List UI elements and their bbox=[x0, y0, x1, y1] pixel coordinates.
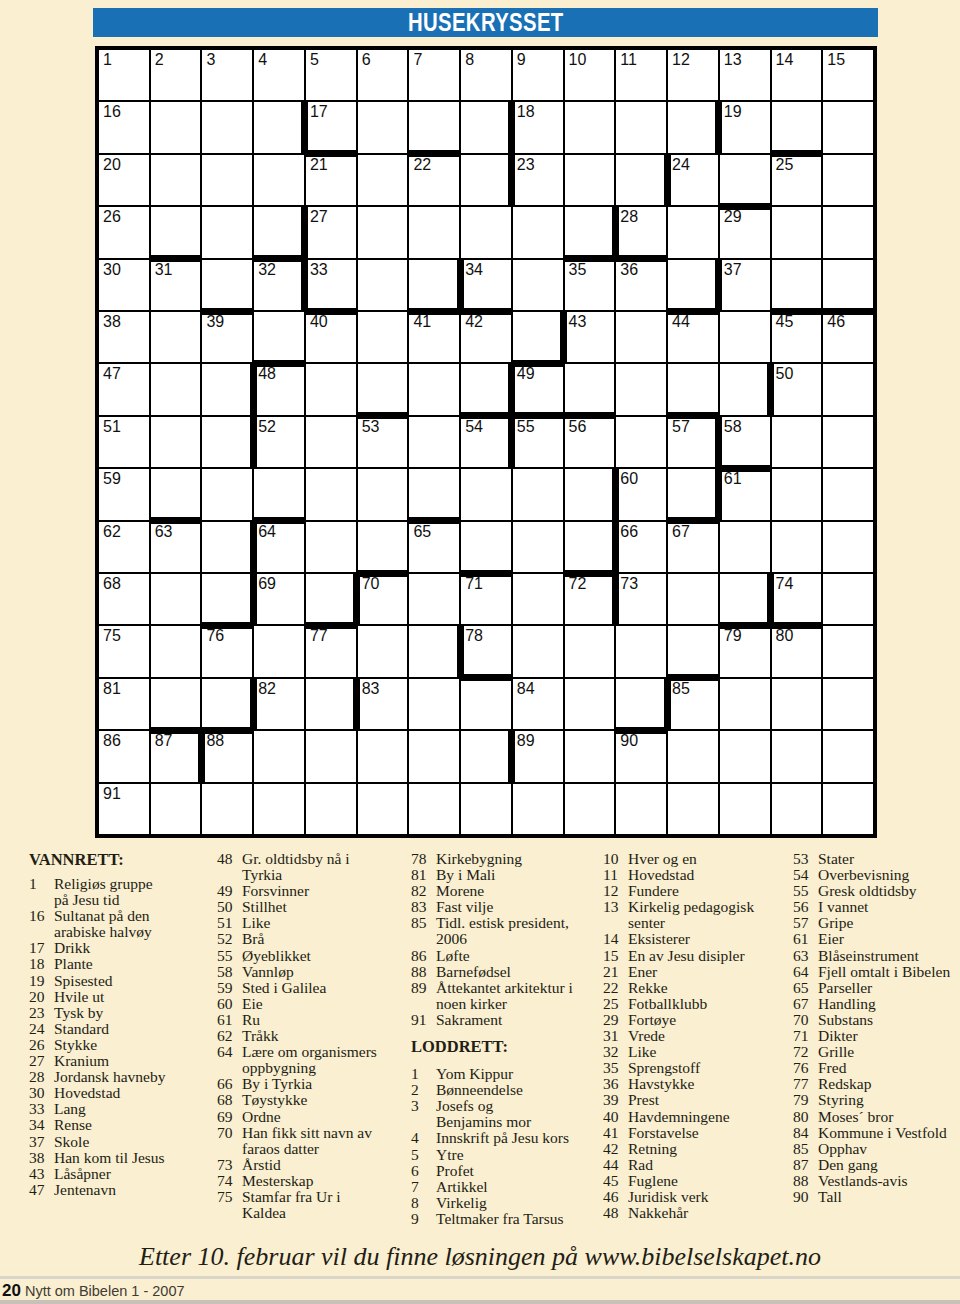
grid-cell[interactable]: 69 bbox=[254, 574, 304, 624]
grid-cell[interactable]: 74 bbox=[772, 574, 822, 624]
grid-cell[interactable] bbox=[254, 155, 304, 205]
cell-number: 79 bbox=[724, 628, 742, 645]
grid-cell[interactable] bbox=[668, 260, 718, 310]
grid-cell[interactable]: 22 bbox=[409, 155, 459, 205]
grid-cell[interactable]: 5 bbox=[306, 50, 356, 100]
grid-cell[interactable]: 89 bbox=[513, 731, 563, 781]
clue-across-52: 52Brå bbox=[217, 931, 409, 947]
grid-cell[interactable] bbox=[202, 155, 252, 205]
grid-cell[interactable] bbox=[513, 207, 563, 257]
grid-cell[interactable] bbox=[461, 102, 511, 152]
grid-cell[interactable]: 84 bbox=[513, 679, 563, 729]
grid-cell[interactable]: 3 bbox=[202, 50, 252, 100]
grid-cell[interactable] bbox=[254, 312, 304, 362]
cell-number: 38 bbox=[103, 314, 121, 331]
grid-cell[interactable] bbox=[565, 207, 615, 257]
word-divider-bar-horizontal bbox=[666, 674, 720, 681]
grid-cell[interactable] bbox=[306, 574, 356, 624]
grid-cell[interactable]: 54 bbox=[461, 417, 511, 467]
clue-down-88: 88Vestlands-avis bbox=[793, 1173, 960, 1189]
grid-cell[interactable]: 17 bbox=[306, 102, 356, 152]
word-divider-bar-horizontal bbox=[149, 517, 203, 524]
clue-text: Lære om organismers oppbygning bbox=[242, 1044, 377, 1076]
grid-cell[interactable] bbox=[202, 574, 252, 624]
cell-number: 63 bbox=[155, 524, 173, 541]
clue-number: 36 bbox=[603, 1076, 628, 1092]
grid-cell[interactable] bbox=[823, 155, 873, 205]
cell-number: 75 bbox=[103, 628, 121, 645]
grid-cell[interactable] bbox=[616, 626, 666, 676]
grid-cell[interactable] bbox=[616, 312, 666, 362]
grid-cell[interactable] bbox=[565, 364, 615, 414]
grid-cell[interactable] bbox=[565, 679, 615, 729]
grid-cell[interactable] bbox=[151, 679, 201, 729]
grid-cell[interactable] bbox=[254, 102, 304, 152]
grid-cell[interactable] bbox=[151, 417, 201, 467]
grid-cell[interactable]: 28 bbox=[616, 207, 666, 257]
cell-number: 51 bbox=[103, 419, 121, 436]
grid-cell[interactable] bbox=[202, 364, 252, 414]
grid-cell[interactable] bbox=[254, 469, 304, 519]
grid-cell[interactable] bbox=[616, 364, 666, 414]
clue-number: 73 bbox=[217, 1157, 242, 1173]
grid-cell[interactable]: 9 bbox=[513, 50, 563, 100]
clue-text: Stater bbox=[818, 851, 854, 867]
grid-cell[interactable] bbox=[409, 364, 459, 414]
grid-cell[interactable] bbox=[461, 364, 511, 414]
grid-cell[interactable]: 23 bbox=[513, 155, 563, 205]
grid-cell[interactable]: 44 bbox=[668, 312, 718, 362]
cell-number: 71 bbox=[465, 576, 483, 593]
grid-cell[interactable] bbox=[720, 784, 770, 834]
grid-cell[interactable]: 70 bbox=[358, 574, 408, 624]
grid-cell[interactable] bbox=[461, 679, 511, 729]
grid-cell[interactable]: 49 bbox=[513, 364, 563, 414]
grid-cell[interactable] bbox=[720, 679, 770, 729]
grid-cell[interactable] bbox=[202, 469, 252, 519]
word-divider-bar-vertical bbox=[353, 677, 360, 731]
cell-number: 87 bbox=[155, 733, 173, 750]
grid-cell[interactable] bbox=[720, 574, 770, 624]
grid-cell[interactable]: 45 bbox=[772, 312, 822, 362]
grid-cell[interactable] bbox=[513, 312, 563, 362]
word-divider-bar-vertical bbox=[353, 572, 360, 626]
grid-cell[interactable]: 88 bbox=[202, 731, 252, 781]
grid-cell[interactable]: 14 bbox=[772, 50, 822, 100]
grid-cell[interactable] bbox=[409, 731, 459, 781]
clue-text: Fuglene bbox=[628, 1173, 678, 1189]
clue-number: 85 bbox=[411, 915, 436, 947]
grid-cell[interactable] bbox=[306, 731, 356, 781]
grid-cell[interactable]: 83 bbox=[358, 679, 408, 729]
grid-cell[interactable] bbox=[461, 469, 511, 519]
clue-number: 85 bbox=[793, 1141, 818, 1157]
grid-cell[interactable]: 56 bbox=[565, 417, 615, 467]
clue-number: 80 bbox=[793, 1109, 818, 1125]
grid-cell[interactable] bbox=[772, 469, 822, 519]
cell-number: 1 bbox=[103, 52, 112, 69]
word-divider-bar-horizontal bbox=[770, 308, 824, 315]
grid-cell[interactable] bbox=[358, 312, 408, 362]
clue-number: 90 bbox=[793, 1189, 818, 1205]
cell-number: 11 bbox=[620, 52, 637, 69]
grid-cell[interactable]: 12 bbox=[668, 50, 718, 100]
clue-text: En av Jesu disipler bbox=[628, 948, 745, 964]
cell-number: 18 bbox=[517, 104, 535, 121]
grid-cell[interactable]: 73 bbox=[616, 574, 666, 624]
grid-cell[interactable] bbox=[823, 626, 873, 676]
grid-cell[interactable]: 36 bbox=[616, 260, 666, 310]
cell-number: 32 bbox=[258, 262, 276, 279]
word-divider-bar-horizontal bbox=[770, 150, 824, 157]
grid-cell[interactable] bbox=[772, 260, 822, 310]
grid-cell[interactable] bbox=[720, 155, 770, 205]
grid-cell[interactable] bbox=[151, 364, 201, 414]
grid-cell[interactable] bbox=[720, 731, 770, 781]
clue-number: 59 bbox=[217, 980, 242, 996]
grid-cell[interactable]: 55 bbox=[513, 417, 563, 467]
grid-cell[interactable] bbox=[668, 207, 718, 257]
clue-number: 8 bbox=[411, 1195, 436, 1211]
grid-cell[interactable] bbox=[668, 469, 718, 519]
clue-number: 7 bbox=[411, 1179, 436, 1195]
grid-cell[interactable] bbox=[409, 574, 459, 624]
grid-cell[interactable] bbox=[358, 784, 408, 834]
clue-number: 18 bbox=[29, 956, 54, 972]
grid-cell[interactable] bbox=[358, 522, 408, 572]
cell-number: 53 bbox=[362, 419, 380, 436]
grid-cell[interactable] bbox=[772, 102, 822, 152]
grid-cell[interactable]: 90 bbox=[616, 731, 666, 781]
grid-cell[interactable] bbox=[358, 155, 408, 205]
grid-cell[interactable] bbox=[461, 155, 511, 205]
grid-cell[interactable] bbox=[461, 522, 511, 572]
grid-cell[interactable]: 43 bbox=[565, 312, 615, 362]
cell-number: 26 bbox=[103, 209, 121, 226]
grid-cell[interactable] bbox=[616, 417, 666, 467]
grid-cell[interactable]: 32 bbox=[254, 260, 304, 310]
grid-cell[interactable] bbox=[254, 731, 304, 781]
grid-cell[interactable] bbox=[202, 679, 252, 729]
clue-number: 88 bbox=[411, 964, 436, 980]
grid-cell[interactable] bbox=[409, 260, 459, 310]
grid-cell[interactable] bbox=[306, 469, 356, 519]
grid-cell[interactable] bbox=[409, 207, 459, 257]
clue-across-58: 58Vannløp bbox=[217, 964, 409, 980]
grid-cell[interactable] bbox=[823, 207, 873, 257]
clue-number: 21 bbox=[603, 964, 628, 980]
grid-cell[interactable] bbox=[151, 207, 201, 257]
grid-cell[interactable]: 81 bbox=[99, 679, 149, 729]
grid-cell[interactable] bbox=[358, 364, 408, 414]
grid-cell[interactable] bbox=[409, 626, 459, 676]
grid-cell[interactable] bbox=[358, 626, 408, 676]
grid-cell[interactable]: 6 bbox=[358, 50, 408, 100]
clue-text: Bønneendelse bbox=[436, 1082, 523, 1098]
grid-cell[interactable] bbox=[202, 522, 252, 572]
grid-cell[interactable]: 85 bbox=[668, 679, 718, 729]
grid-cell[interactable]: 77 bbox=[306, 626, 356, 676]
clue-number: 48 bbox=[603, 1205, 628, 1221]
grid-cell[interactable]: 58 bbox=[720, 417, 770, 467]
clue-number: 64 bbox=[217, 1044, 242, 1076]
clue-down-14: 14Eksisterer bbox=[603, 931, 791, 947]
clue-down-13: 13Kirkelig pedagogisk senter bbox=[603, 899, 791, 931]
grid-cell[interactable] bbox=[565, 469, 615, 519]
grid-cell[interactable]: 21 bbox=[306, 155, 356, 205]
grid-cell[interactable]: 47 bbox=[99, 364, 149, 414]
cell-number: 73 bbox=[620, 576, 638, 593]
grid-cell[interactable]: 8 bbox=[461, 50, 511, 100]
grid-cell[interactable]: 26 bbox=[99, 207, 149, 257]
grid-cell[interactable]: 82 bbox=[254, 679, 304, 729]
grid-cell[interactable] bbox=[513, 260, 563, 310]
grid-cell[interactable]: 79 bbox=[720, 626, 770, 676]
grid-cell[interactable] bbox=[823, 731, 873, 781]
clue-text: Gresk oldtidsby bbox=[818, 883, 917, 899]
grid-cell[interactable]: 37 bbox=[720, 260, 770, 310]
grid-cell[interactable] bbox=[616, 679, 666, 729]
grid-cell[interactable]: 24 bbox=[668, 155, 718, 205]
grid-cell[interactable] bbox=[823, 469, 873, 519]
grid-cell[interactable]: 7 bbox=[409, 50, 459, 100]
grid-cell[interactable] bbox=[772, 679, 822, 729]
grid-cell[interactable] bbox=[202, 102, 252, 152]
clue-text: Josefs og Benjamins mor bbox=[436, 1098, 531, 1130]
grid-cell[interactable]: 27 bbox=[306, 207, 356, 257]
grid-cell[interactable]: 78 bbox=[461, 626, 511, 676]
clue-text: Like bbox=[628, 1044, 656, 1060]
grid-cell[interactable] bbox=[513, 574, 563, 624]
grid-cell[interactable]: 20 bbox=[99, 155, 149, 205]
grid-cell[interactable]: 80 bbox=[772, 626, 822, 676]
cell-number: 58 bbox=[724, 419, 742, 436]
cell-number: 88 bbox=[206, 733, 224, 750]
grid-cell[interactable]: 38 bbox=[99, 312, 149, 362]
word-divider-bar-horizontal bbox=[356, 570, 410, 577]
grid-cell[interactable] bbox=[720, 522, 770, 572]
grid-cell[interactable] bbox=[565, 784, 615, 834]
grid-cell[interactable] bbox=[513, 626, 563, 676]
grid-cell[interactable] bbox=[306, 522, 356, 572]
clue-number: 27 bbox=[29, 1053, 54, 1069]
grid-cell[interactable]: 31 bbox=[151, 260, 201, 310]
grid-cell[interactable] bbox=[772, 417, 822, 467]
grid-cell[interactable]: 53 bbox=[358, 417, 408, 467]
grid-cell[interactable] bbox=[358, 731, 408, 781]
grid-cell[interactable] bbox=[461, 731, 511, 781]
grid-cell[interactable]: 29 bbox=[720, 207, 770, 257]
grid-cell[interactable] bbox=[565, 731, 615, 781]
grid-cell[interactable] bbox=[772, 522, 822, 572]
cell-number: 37 bbox=[724, 262, 742, 279]
clue-across-91: 91Sakrament bbox=[411, 1012, 601, 1028]
grid-cell[interactable] bbox=[151, 469, 201, 519]
grid-cell[interactable] bbox=[720, 364, 770, 414]
grid-cell[interactable] bbox=[409, 469, 459, 519]
grid-cell[interactable]: 19 bbox=[720, 102, 770, 152]
grid-cell[interactable]: 33 bbox=[306, 260, 356, 310]
grid-cell[interactable]: 63 bbox=[151, 522, 201, 572]
grid-cell[interactable] bbox=[565, 155, 615, 205]
grid-cell[interactable] bbox=[409, 417, 459, 467]
cell-number: 68 bbox=[103, 576, 121, 593]
clue-across-55: 55Øyeblikket bbox=[217, 948, 409, 964]
cell-number: 3 bbox=[206, 52, 215, 69]
grid-cell[interactable] bbox=[409, 784, 459, 834]
grid-cell[interactable]: 13 bbox=[720, 50, 770, 100]
clue-across-30: 30Hovedstad bbox=[29, 1085, 215, 1101]
grid-cell[interactable]: 61 bbox=[720, 469, 770, 519]
grid-cell[interactable] bbox=[306, 364, 356, 414]
word-divider-bar-horizontal bbox=[252, 517, 306, 524]
grid-cell[interactable] bbox=[668, 731, 718, 781]
grid-cell[interactable] bbox=[254, 207, 304, 257]
clue-number: 60 bbox=[217, 996, 242, 1012]
grid-cell[interactable]: 42 bbox=[461, 312, 511, 362]
grid-cell[interactable] bbox=[202, 260, 252, 310]
grid-cell[interactable] bbox=[823, 784, 873, 834]
grid-cell[interactable]: 35 bbox=[565, 260, 615, 310]
grid-cell[interactable] bbox=[823, 417, 873, 467]
grid-cell[interactable] bbox=[409, 679, 459, 729]
grid-cell[interactable] bbox=[772, 731, 822, 781]
grid-cell[interactable] bbox=[565, 102, 615, 152]
grid-cell[interactable]: 67 bbox=[668, 522, 718, 572]
grid-cell[interactable]: 64 bbox=[254, 522, 304, 572]
grid-cell[interactable] bbox=[254, 626, 304, 676]
grid-cell[interactable]: 66 bbox=[616, 522, 666, 572]
grid-cell[interactable] bbox=[823, 102, 873, 152]
grid-cell[interactable]: 15 bbox=[823, 50, 873, 100]
grid-cell[interactable]: 62 bbox=[99, 522, 149, 572]
grid-cell[interactable] bbox=[668, 102, 718, 152]
grid-cell[interactable] bbox=[151, 626, 201, 676]
grid-cell[interactable]: 59 bbox=[99, 469, 149, 519]
clue-text: Stamfar fra Ur i Kaldea bbox=[242, 1189, 341, 1221]
grid-cell[interactable]: 39 bbox=[202, 312, 252, 362]
grid-cell[interactable] bbox=[823, 574, 873, 624]
grid-cell[interactable] bbox=[151, 784, 201, 834]
grid-cell[interactable] bbox=[358, 102, 408, 152]
grid-cell[interactable] bbox=[513, 522, 563, 572]
grid-cell[interactable]: 86 bbox=[99, 731, 149, 781]
grid-cell[interactable]: 76 bbox=[202, 626, 252, 676]
grid-cell[interactable]: 51 bbox=[99, 417, 149, 467]
grid-cell[interactable] bbox=[306, 417, 356, 467]
clue-down-87: 87Den gang bbox=[793, 1157, 960, 1173]
grid-cell[interactable] bbox=[461, 207, 511, 257]
grid-cell[interactable] bbox=[513, 784, 563, 834]
grid-cell[interactable]: 72 bbox=[565, 574, 615, 624]
grid-cell[interactable]: 1 bbox=[99, 50, 149, 100]
grid-cell[interactable] bbox=[202, 784, 252, 834]
grid-cell[interactable]: 41 bbox=[409, 312, 459, 362]
clue-number: 37 bbox=[29, 1134, 54, 1150]
clue-text: Løfte bbox=[436, 948, 470, 964]
grid-cell[interactable] bbox=[409, 102, 459, 152]
grid-cell[interactable] bbox=[668, 364, 718, 414]
clue-number: 74 bbox=[217, 1173, 242, 1189]
grid-cell[interactable] bbox=[358, 207, 408, 257]
grid-cell[interactable] bbox=[513, 469, 563, 519]
grid-cell[interactable]: 4 bbox=[254, 50, 304, 100]
grid-cell[interactable] bbox=[668, 626, 718, 676]
grid-cell[interactable]: 34 bbox=[461, 260, 511, 310]
word-divider-bar-vertical bbox=[715, 467, 722, 521]
clue-down-65: 65Parseller bbox=[793, 980, 960, 996]
grid-cell[interactable]: 91 bbox=[99, 784, 149, 834]
grid-cell[interactable]: 10 bbox=[565, 50, 615, 100]
word-divider-bar-vertical bbox=[715, 415, 722, 469]
grid-cell[interactable]: 65 bbox=[409, 522, 459, 572]
grid-cell[interactable] bbox=[823, 260, 873, 310]
grid-cell[interactable]: 50 bbox=[772, 364, 822, 414]
grid-cell[interactable] bbox=[151, 102, 201, 152]
grid-cell[interactable]: 52 bbox=[254, 417, 304, 467]
grid-cell[interactable] bbox=[720, 312, 770, 362]
grid-cell[interactable] bbox=[151, 155, 201, 205]
clue-number: 10 bbox=[603, 851, 628, 867]
clue-text: Plante bbox=[54, 956, 93, 972]
cell-number: 70 bbox=[362, 576, 380, 593]
cell-number: 67 bbox=[672, 524, 690, 541]
grid-cell[interactable]: 40 bbox=[306, 312, 356, 362]
grid-cell[interactable]: 57 bbox=[668, 417, 718, 467]
grid-cell[interactable] bbox=[358, 469, 408, 519]
grid-cell[interactable]: 16 bbox=[99, 102, 149, 152]
cell-number: 23 bbox=[517, 157, 535, 174]
grid-cell[interactable] bbox=[306, 679, 356, 729]
grid-cell[interactable] bbox=[306, 784, 356, 834]
cell-number: 16 bbox=[103, 104, 121, 121]
grid-cell[interactable] bbox=[668, 784, 718, 834]
grid-cell[interactable] bbox=[616, 102, 666, 152]
grid-cell[interactable] bbox=[616, 784, 666, 834]
grid-cell[interactable]: 48 bbox=[254, 364, 304, 414]
grid-cell[interactable]: 60 bbox=[616, 469, 666, 519]
grid-cell[interactable] bbox=[461, 784, 511, 834]
grid-cell[interactable] bbox=[823, 364, 873, 414]
grid-cell[interactable] bbox=[565, 522, 615, 572]
clue-down-41: 41Forstavelse bbox=[603, 1125, 791, 1141]
grid-cell[interactable] bbox=[668, 574, 718, 624]
grid-cell[interactable] bbox=[772, 784, 822, 834]
grid-cell[interactable]: 2 bbox=[151, 50, 201, 100]
grid-cell[interactable]: 18 bbox=[513, 102, 563, 152]
grid-cell[interactable] bbox=[823, 522, 873, 572]
grid-cell[interactable] bbox=[358, 260, 408, 310]
grid-cell[interactable]: 11 bbox=[616, 50, 666, 100]
grid-cell[interactable] bbox=[616, 155, 666, 205]
grid-cell[interactable] bbox=[823, 679, 873, 729]
grid-cell[interactable] bbox=[151, 574, 201, 624]
grid-cell[interactable]: 87 bbox=[151, 731, 201, 781]
grid-cell[interactable] bbox=[772, 207, 822, 257]
grid-cell[interactable] bbox=[202, 207, 252, 257]
grid-cell[interactable]: 75 bbox=[99, 626, 149, 676]
grid-cell[interactable]: 68 bbox=[99, 574, 149, 624]
grid-cell[interactable]: 71 bbox=[461, 574, 511, 624]
grid-cell[interactable]: 30 bbox=[99, 260, 149, 310]
grid-cell[interactable]: 46 bbox=[823, 312, 873, 362]
grid-cell[interactable] bbox=[151, 312, 201, 362]
grid-cell[interactable] bbox=[254, 784, 304, 834]
grid-cell[interactable] bbox=[565, 626, 615, 676]
grid-cell[interactable] bbox=[202, 417, 252, 467]
word-divider-bar-vertical bbox=[508, 153, 515, 207]
grid-cell[interactable]: 25 bbox=[772, 155, 822, 205]
